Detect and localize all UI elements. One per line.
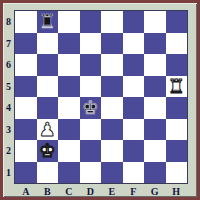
rank-labels: 87654321 xyxy=(3,11,14,183)
square-g3[interactable] xyxy=(144,119,166,141)
square-a3[interactable] xyxy=(15,119,37,141)
square-e5[interactable] xyxy=(101,76,123,98)
square-e1[interactable] xyxy=(101,162,123,184)
square-b8[interactable]: ♜ xyxy=(37,11,59,33)
square-a4[interactable] xyxy=(15,97,37,119)
rank-label-7: 7 xyxy=(3,33,14,55)
square-b1[interactable] xyxy=(37,162,59,184)
square-c6[interactable] xyxy=(58,54,80,76)
square-h1[interactable] xyxy=(166,162,188,184)
file-label-a: A xyxy=(15,185,37,197)
square-h2[interactable] xyxy=(166,140,188,162)
square-e4[interactable] xyxy=(101,97,123,119)
piece-black-king-d4[interactable]: ♚ xyxy=(82,98,99,117)
square-f1[interactable] xyxy=(123,162,145,184)
square-h8[interactable] xyxy=(166,11,188,33)
rank-label-4: 4 xyxy=(3,97,14,119)
file-label-d: D xyxy=(80,185,102,197)
rank-label-1: 1 xyxy=(3,162,14,184)
file-label-c: C xyxy=(58,185,80,197)
square-g5[interactable] xyxy=(144,76,166,98)
square-h7[interactable] xyxy=(166,33,188,55)
rank-label-8: 8 xyxy=(3,11,14,33)
square-b7[interactable] xyxy=(37,33,59,55)
square-h5[interactable]: ♜ xyxy=(166,76,188,98)
square-a6[interactable] xyxy=(15,54,37,76)
square-h6[interactable] xyxy=(166,54,188,76)
square-f2[interactable] xyxy=(123,140,145,162)
square-d2[interactable] xyxy=(80,140,102,162)
square-e3[interactable] xyxy=(101,119,123,141)
square-e2[interactable] xyxy=(101,140,123,162)
square-d1[interactable] xyxy=(80,162,102,184)
square-b4[interactable] xyxy=(37,97,59,119)
square-d6[interactable] xyxy=(80,54,102,76)
file-label-g: G xyxy=(144,185,166,197)
square-a5[interactable] xyxy=(15,76,37,98)
rank-label-6: 6 xyxy=(3,54,14,76)
square-c1[interactable] xyxy=(58,162,80,184)
file-labels: ABCDEFGH xyxy=(15,185,187,197)
square-f3[interactable] xyxy=(123,119,145,141)
piece-white-rook-h5[interactable]: ♜ xyxy=(168,77,185,96)
square-b6[interactable] xyxy=(37,54,59,76)
chess-board: ♜♜♚♟♚ xyxy=(14,10,188,184)
square-d7[interactable] xyxy=(80,33,102,55)
file-label-b: B xyxy=(37,185,59,197)
piece-white-king-b2[interactable]: ♚ xyxy=(39,141,56,160)
square-d4[interactable]: ♚ xyxy=(80,97,102,119)
square-f5[interactable] xyxy=(123,76,145,98)
piece-black-rook-b8[interactable]: ♜ xyxy=(39,12,56,31)
square-c3[interactable] xyxy=(58,119,80,141)
square-h3[interactable] xyxy=(166,119,188,141)
square-g2[interactable] xyxy=(144,140,166,162)
square-d5[interactable] xyxy=(80,76,102,98)
square-e7[interactable] xyxy=(101,33,123,55)
square-g1[interactable] xyxy=(144,162,166,184)
rank-label-2: 2 xyxy=(3,140,14,162)
square-h4[interactable] xyxy=(166,97,188,119)
square-g4[interactable] xyxy=(144,97,166,119)
square-b5[interactable] xyxy=(37,76,59,98)
square-f6[interactable] xyxy=(123,54,145,76)
square-c2[interactable] xyxy=(58,140,80,162)
chess-board-window: 87654321 ABCDEFGH ♜♜♚♟♚ xyxy=(0,0,200,200)
square-d8[interactable] xyxy=(80,11,102,33)
square-a8[interactable] xyxy=(15,11,37,33)
square-e6[interactable] xyxy=(101,54,123,76)
square-c8[interactable] xyxy=(58,11,80,33)
square-g7[interactable] xyxy=(144,33,166,55)
rank-label-5: 5 xyxy=(3,76,14,98)
square-d3[interactable] xyxy=(80,119,102,141)
square-e8[interactable] xyxy=(101,11,123,33)
square-f7[interactable] xyxy=(123,33,145,55)
file-label-e: E xyxy=(101,185,123,197)
square-a7[interactable] xyxy=(15,33,37,55)
rank-label-3: 3 xyxy=(3,119,14,141)
square-g8[interactable] xyxy=(144,11,166,33)
file-label-f: F xyxy=(123,185,145,197)
square-c4[interactable] xyxy=(58,97,80,119)
piece-white-pawn-b3[interactable]: ♟ xyxy=(39,120,56,139)
square-c7[interactable] xyxy=(58,33,80,55)
square-g6[interactable] xyxy=(144,54,166,76)
square-a1[interactable] xyxy=(15,162,37,184)
square-c5[interactable] xyxy=(58,76,80,98)
square-f8[interactable] xyxy=(123,11,145,33)
square-f4[interactable] xyxy=(123,97,145,119)
square-a2[interactable] xyxy=(15,140,37,162)
file-label-h: H xyxy=(166,185,188,197)
square-b2[interactable]: ♚ xyxy=(37,140,59,162)
square-b3[interactable]: ♟ xyxy=(37,119,59,141)
